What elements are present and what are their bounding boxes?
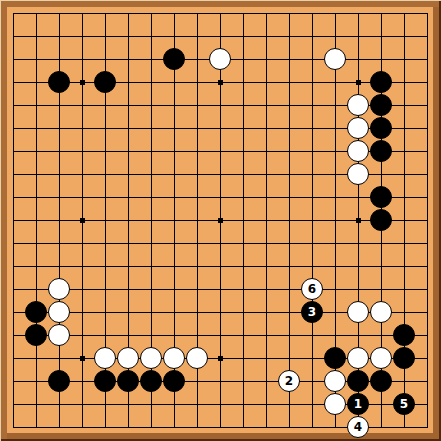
goban-grid[interactable]: 123456 bbox=[0, 0, 441, 441]
star-point bbox=[218, 80, 223, 85]
grid-line-vertical bbox=[289, 13, 290, 428]
stone-black bbox=[163, 48, 185, 70]
stone-white bbox=[347, 94, 369, 116]
stone-white bbox=[347, 140, 369, 162]
star-point bbox=[80, 80, 85, 85]
grid-line-horizontal bbox=[13, 243, 428, 244]
stone-black bbox=[393, 347, 415, 369]
stone-black bbox=[370, 186, 392, 208]
grid-line-vertical bbox=[266, 13, 267, 428]
stone-black-move-5: 5 bbox=[393, 393, 415, 415]
stone-black-move-1: 1 bbox=[347, 393, 369, 415]
stone-black bbox=[324, 347, 346, 369]
stone-black bbox=[370, 94, 392, 116]
stone-black bbox=[393, 324, 415, 346]
stone-white-move-4: 4 bbox=[347, 416, 369, 438]
stone-black bbox=[370, 140, 392, 162]
stone-black bbox=[347, 370, 369, 392]
stone-white bbox=[186, 347, 208, 369]
stone-white bbox=[370, 347, 392, 369]
stone-black bbox=[117, 370, 139, 392]
stone-black bbox=[94, 71, 116, 93]
stone-black bbox=[370, 209, 392, 231]
stone-black bbox=[370, 71, 392, 93]
grid-line-vertical bbox=[243, 13, 244, 428]
stone-white bbox=[347, 347, 369, 369]
star-point bbox=[356, 80, 361, 85]
stone-black bbox=[163, 370, 185, 392]
stone-black bbox=[140, 370, 162, 392]
grid-line-horizontal bbox=[13, 266, 428, 267]
stone-black bbox=[25, 301, 47, 323]
stone-black bbox=[25, 324, 47, 346]
star-point bbox=[218, 218, 223, 223]
star-point bbox=[356, 218, 361, 223]
star-point bbox=[218, 356, 223, 361]
stone-white bbox=[209, 48, 231, 70]
stone-white-move-2: 2 bbox=[278, 370, 300, 392]
stone-white bbox=[324, 370, 346, 392]
star-point bbox=[80, 356, 85, 361]
stone-white bbox=[48, 301, 70, 323]
stone-white bbox=[324, 393, 346, 415]
stone-black-move-3: 3 bbox=[301, 301, 323, 323]
stone-white bbox=[347, 117, 369, 139]
goban[interactable]: 123456 bbox=[0, 0, 441, 441]
stone-white bbox=[94, 347, 116, 369]
stone-white bbox=[163, 347, 185, 369]
star-point bbox=[80, 218, 85, 223]
stone-white bbox=[324, 48, 346, 70]
stone-white bbox=[140, 347, 162, 369]
stone-white bbox=[117, 347, 139, 369]
stone-white bbox=[347, 163, 369, 185]
stone-white bbox=[48, 324, 70, 346]
stone-white bbox=[347, 301, 369, 323]
grid-line-vertical bbox=[312, 13, 313, 428]
stone-black bbox=[370, 117, 392, 139]
stone-white-move-6: 6 bbox=[301, 278, 323, 300]
grid-line-horizontal bbox=[13, 289, 428, 290]
stone-black bbox=[48, 370, 70, 392]
stone-black bbox=[94, 370, 116, 392]
grid-line-vertical bbox=[427, 13, 428, 428]
stone-black bbox=[370, 370, 392, 392]
stone-white bbox=[370, 301, 392, 323]
grid-line-horizontal bbox=[13, 335, 428, 336]
stone-white bbox=[48, 278, 70, 300]
stone-black bbox=[48, 71, 70, 93]
